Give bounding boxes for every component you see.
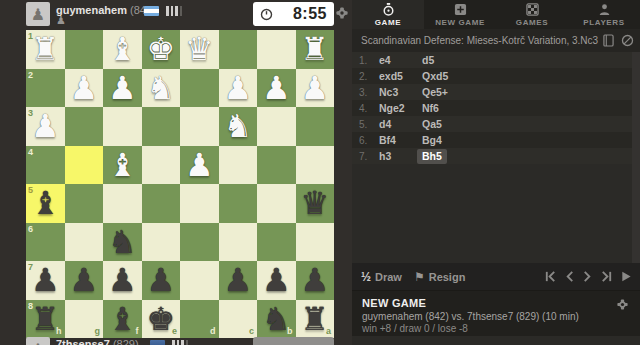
autoplay-button[interactable] — [620, 270, 632, 283]
piece-wP-g2[interactable]: ♟ — [69, 69, 98, 107]
square-a6[interactable] — [296, 223, 335, 262]
move-white-h3[interactable]: h3 — [379, 150, 422, 162]
square-d2[interactable] — [180, 69, 219, 108]
square-b7[interactable]: ♟ — [257, 261, 296, 300]
draw-button[interactable]: ½ Draw — [361, 270, 402, 284]
piece-wP-b2[interactable]: ♟ — [262, 69, 291, 107]
square-h2[interactable]: 2 — [26, 69, 65, 108]
square-a7[interactable]: ♟ — [296, 261, 335, 300]
square-d4[interactable]: ♟ — [180, 146, 219, 185]
move-number: 5. — [359, 119, 373, 130]
piece-wB-f1[interactable]: ♝ — [108, 30, 137, 68]
piece-bB-f8[interactable]: ♝ — [108, 300, 137, 338]
argentina-flag-icon — [144, 6, 159, 16]
square-b4[interactable] — [257, 146, 296, 185]
opening-book-icon[interactable] — [603, 34, 614, 47]
square-g2[interactable]: ♟ — [65, 69, 104, 108]
file-label-h: h — [56, 327, 62, 336]
file-label-d: d — [210, 327, 216, 336]
half-point-glyph: ½ — [361, 270, 371, 284]
square-b1[interactable] — [257, 30, 296, 69]
opening-bar: Scandinavian Defense: Mieses-Kotrč Varia… — [352, 29, 640, 52]
square-e8[interactable]: ♚e — [142, 300, 181, 339]
move-black-Nf6[interactable]: Nf6 — [422, 102, 439, 114]
piece-wN-c3[interactable]: ♞ — [223, 107, 252, 145]
rank-label-4: 4 — [28, 148, 33, 157]
square-f5[interactable] — [103, 184, 142, 223]
move-number: 3. — [359, 87, 373, 98]
square-h3[interactable]: 3♟ — [26, 107, 65, 146]
chess-board: 1♜♝♚♛♜2♟♟♞♟♟♟3♟♞4♝♟5♝♛6♞7♟♟♟♟♟♟♟8♜hg♝f♚e… — [26, 30, 334, 338]
first-move-button[interactable] — [544, 270, 557, 283]
square-a2[interactable]: ♟ — [296, 69, 335, 108]
bottom-player-bar: ♟ 7thsense7 (829) — [0, 336, 352, 345]
piece-wQ-d1[interactable]: ♛ — [185, 30, 214, 68]
file-label-b: b — [287, 327, 293, 336]
next-move-button[interactable] — [582, 270, 593, 283]
square-f3[interactable] — [103, 107, 142, 146]
new-game-stakes: win +8 / draw 0 / lose -8 — [362, 323, 468, 334]
move-white-Nge2[interactable]: Nge2 — [379, 102, 422, 114]
square-b8[interactable]: ♞b — [257, 300, 296, 339]
piece-bP-g7[interactable]: ♟ — [69, 261, 98, 299]
square-d7[interactable] — [180, 261, 219, 300]
panel-bottom-strip — [352, 336, 640, 345]
square-c1[interactable] — [219, 30, 258, 69]
game-controls-bar: ½ Draw ⚑ Resign — [352, 263, 640, 290]
move-black-Bg4[interactable]: Bg4 — [422, 134, 442, 146]
new-game-matchup: guymenahem (842) vs. 7thsense7 (829) (10… — [362, 311, 579, 322]
square-f4[interactable]: ♝ — [103, 146, 142, 185]
square-c3[interactable]: ♞ — [219, 107, 258, 146]
file-label-c: c — [249, 327, 254, 336]
square-g4[interactable] — [65, 146, 104, 185]
game-sidebar: GAME NEW GAME GAMES PLAYERS Scandinavian… — [352, 0, 640, 345]
square-g8[interactable]: g — [65, 300, 104, 339]
move-row-6: 6.Bf4Bg4 — [352, 132, 640, 148]
piece-bP-h7[interactable]: ♟ — [31, 261, 60, 299]
square-b3[interactable] — [257, 107, 296, 146]
rank-label-6: 6 — [28, 225, 33, 234]
piece-bQ-a5[interactable]: ♛ — [300, 184, 329, 222]
move-black-Qxd5[interactable]: Qxd5 — [422, 70, 448, 82]
top-clock-time: 8:55 — [273, 5, 334, 23]
move-white-exd5[interactable]: exd5 — [379, 70, 422, 82]
move-row-7: 7.h3Bh5 — [352, 148, 640, 164]
square-e1[interactable]: ♚ — [142, 30, 181, 69]
board-settings-gear-icon[interactable] — [336, 5, 348, 23]
square-b5[interactable] — [257, 184, 296, 223]
square-a1[interactable]: ♜ — [296, 30, 335, 69]
move-row-1: 1.e4d5 — [352, 52, 640, 68]
square-c7[interactable]: ♟ — [219, 261, 258, 300]
square-c2[interactable]: ♟ — [219, 69, 258, 108]
opening-name: Scandinavian Defense: Mieses-Kotrč Varia… — [361, 35, 603, 46]
square-f1[interactable]: ♝ — [103, 30, 142, 69]
move-navigation — [544, 270, 632, 283]
square-e4[interactable] — [142, 146, 181, 185]
stopwatch-icon — [382, 3, 395, 16]
top-player-name[interactable]: guymenahem (842) — [56, 4, 156, 16]
piece-bK-e8[interactable]: ♚ — [146, 300, 175, 338]
resign-flag-icon: ⚑ — [414, 270, 425, 284]
square-b2[interactable]: ♟ — [257, 69, 296, 108]
new-game-title: NEW GAME — [362, 297, 426, 309]
move-white-d4[interactable]: d4 — [379, 118, 422, 130]
piece-bR-a8[interactable]: ♜ — [300, 300, 329, 338]
piece-wP-d4[interactable]: ♟ — [185, 146, 214, 184]
move-black-Bh5[interactable]: Bh5 — [417, 149, 447, 164]
square-g5[interactable] — [65, 184, 104, 223]
piece-wP-c2[interactable]: ♟ — [223, 69, 252, 107]
square-d5[interactable] — [180, 184, 219, 223]
move-white-Nc3[interactable]: Nc3 — [379, 86, 422, 98]
square-a8[interactable]: ♜a — [296, 300, 335, 339]
square-h7[interactable]: 7♟ — [26, 261, 65, 300]
previous-move-button[interactable] — [564, 270, 575, 283]
square-h5[interactable]: 5♝ — [26, 184, 65, 223]
move-number: 4. — [359, 103, 373, 114]
square-a5[interactable]: ♛ — [296, 184, 335, 223]
piece-wP-h3[interactable]: ♟ — [31, 107, 60, 145]
square-g7[interactable]: ♟ — [65, 261, 104, 300]
square-h6[interactable]: 6 — [26, 223, 65, 262]
move-black-Qa5[interactable]: Qa5 — [422, 118, 442, 130]
piece-wR-h1[interactable]: ♜ — [31, 30, 60, 68]
rank-label-7: 7 — [28, 263, 33, 272]
piece-wK-e1[interactable]: ♚ — [146, 30, 175, 68]
square-g6[interactable] — [65, 223, 104, 262]
square-d3[interactable] — [180, 107, 219, 146]
square-c8[interactable]: c — [219, 300, 258, 339]
person-icon — [598, 3, 611, 16]
explorer-toggle-icon[interactable] — [621, 34, 634, 47]
sidebar-tabs: GAME NEW GAME GAMES PLAYERS — [352, 0, 640, 29]
flag-icon — [150, 340, 165, 345]
move-white-e4[interactable]: e4 — [379, 54, 422, 66]
square-a3[interactable] — [296, 107, 335, 146]
bottom-player-name[interactable]: 7thsense7 (829) — [56, 338, 139, 345]
piece-wR-a1[interactable]: ♜ — [300, 30, 329, 68]
move-row-3: 3.Nc3Qe5+ — [352, 84, 640, 100]
square-d6[interactable] — [180, 223, 219, 262]
square-e2[interactable]: ♞ — [142, 69, 181, 108]
square-f7[interactable]: ♟ — [103, 261, 142, 300]
move-row-5: 5.d4Qa5 — [352, 116, 640, 132]
checkerboard-icon — [526, 3, 539, 16]
square-d8[interactable]: d — [180, 300, 219, 339]
file-label-a: a — [326, 327, 331, 336]
square-c4[interactable] — [219, 146, 258, 185]
move-black-Qe5+[interactable]: Qe5+ — [422, 86, 448, 98]
bottom-player-avatar[interactable]: ♟ — [26, 337, 50, 345]
top-player-avatar[interactable]: ♟ — [26, 2, 50, 26]
piece-bP-f7[interactable]: ♟ — [108, 261, 137, 299]
captured-pieces: ♟ — [56, 15, 66, 26]
rank-label-2: 2 — [28, 71, 33, 80]
piece-wP-f2[interactable]: ♟ — [108, 69, 137, 107]
piece-bN-f6[interactable]: ♞ — [108, 223, 137, 261]
file-label-f: f — [136, 327, 139, 336]
new-game-panel: NEW GAME guymenahem (842) vs. 7thsense7 … — [352, 290, 640, 337]
captured-pawn-icon: ♟ — [56, 14, 66, 27]
square-c6[interactable] — [219, 223, 258, 262]
square-f6[interactable]: ♞ — [103, 223, 142, 262]
top-player-clock: 8:55 — [253, 2, 334, 26]
square-g1[interactable] — [65, 30, 104, 69]
square-c5[interactable] — [219, 184, 258, 223]
square-h1[interactable]: 1♜ — [26, 30, 65, 69]
move-black-d5[interactable]: d5 — [422, 54, 434, 66]
avatar-pawn-icon: ♟ — [31, 340, 45, 345]
tab-game[interactable]: GAME — [352, 0, 424, 29]
move-white-Bf4[interactable]: Bf4 — [379, 134, 422, 146]
move-number: 7. — [359, 151, 373, 162]
tab-players[interactable]: PLAYERS — [568, 0, 640, 29]
last-move-button[interactable] — [600, 270, 613, 283]
square-a4[interactable] — [296, 146, 335, 185]
signal-bars-icon — [166, 6, 182, 16]
move-number: 2. — [359, 71, 373, 82]
bottom-player-rating: (829) — [113, 338, 139, 345]
plus-square-icon — [454, 3, 467, 16]
square-e6[interactable] — [142, 223, 181, 262]
square-h4[interactable]: 4 — [26, 146, 65, 185]
avatar-pawn-icon: ♟ — [31, 5, 45, 24]
square-e3[interactable] — [142, 107, 181, 146]
resign-button[interactable]: ⚑ Resign — [414, 270, 465, 284]
piece-bP-b7[interactable]: ♟ — [262, 261, 291, 299]
bottom-player-clock — [253, 337, 334, 345]
piece-bP-e7[interactable]: ♟ — [146, 261, 175, 299]
rank-label-8: 8 — [28, 302, 33, 311]
piece-bP-c7[interactable]: ♟ — [223, 261, 252, 299]
move-row-2: 2.exd5Qxd5 — [352, 68, 640, 84]
chess-app: ♟ guymenahem (842) ♟ 8:55 1♜♝♚♛♜2♟♟♞♟♟♟3… — [0, 0, 640, 345]
move-list-scrollbar[interactable] — [632, 52, 640, 290]
tab-new-game[interactable]: NEW GAME — [424, 0, 496, 29]
rank-label-3: 3 — [28, 109, 33, 118]
piece-bB-h5[interactable]: ♝ — [31, 184, 60, 222]
square-b6[interactable] — [257, 223, 296, 262]
top-player-bar: ♟ guymenahem (842) ♟ 8:55 — [0, 0, 352, 29]
tab-games[interactable]: GAMES — [496, 0, 568, 29]
square-d1[interactable]: ♛ — [180, 30, 219, 69]
piece-wP-a2[interactable]: ♟ — [300, 69, 329, 107]
piece-wN-e2[interactable]: ♞ — [146, 69, 175, 107]
piece-wB-f4[interactable]: ♝ — [108, 146, 137, 184]
square-f2[interactable]: ♟ — [103, 69, 142, 108]
square-f8[interactable]: ♝f — [103, 300, 142, 339]
square-e5[interactable] — [142, 184, 181, 223]
new-game-settings-gear-icon[interactable] — [617, 296, 628, 314]
move-number: 6. — [359, 135, 373, 146]
file-label-g: g — [95, 327, 101, 336]
move-number: 1. — [359, 55, 373, 66]
rank-label-1: 1 — [28, 32, 33, 41]
square-g3[interactable] — [65, 107, 104, 146]
file-label-e: e — [172, 327, 177, 336]
square-h8[interactable]: 8♜h — [26, 300, 65, 339]
clock-icon — [260, 8, 273, 21]
piece-bP-a7[interactable]: ♟ — [300, 261, 329, 299]
move-row-4: 4.Nge2Nf6 — [352, 100, 640, 116]
move-list: 1.e4d52.exd5Qxd53.Nc3Qe5+4.Nge2Nf65.d4Qa… — [352, 52, 640, 164]
rank-label-5: 5 — [28, 186, 33, 195]
square-e7[interactable]: ♟ — [142, 261, 181, 300]
signal-bars-icon — [172, 340, 188, 345]
